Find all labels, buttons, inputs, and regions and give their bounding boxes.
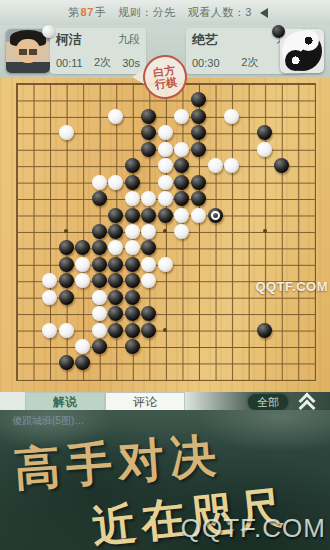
tab-comments[interactable]: 评论 [105,392,185,412]
white-stone-8-7 [141,191,156,206]
viewers-label: 观看人数：3 [188,5,252,20]
black-stone-3-11 [59,257,74,272]
black-stone-7-12 [125,273,140,288]
star-point [163,328,167,332]
board-stone-grid[interactable] [8,75,322,387]
white-stone-3-3 [59,125,74,140]
black-stone-6-15 [108,323,123,338]
star-point [163,229,167,233]
black-stone-15-15 [257,323,272,338]
black-stone-5-9 [92,224,107,239]
white-stone-5-6 [92,175,107,190]
white-stone-9-4 [158,142,173,157]
black-stone-8-3 [141,125,156,140]
white-player-panel: 柯洁 九段 00:11 2次 30s [50,28,146,74]
black-stone-7-14 [125,306,140,321]
black-stone-6-11 [108,257,123,272]
black-stone-7-5 [125,158,140,173]
black-stone-10-7 [174,191,189,206]
black-stone-7-8 [125,208,140,223]
black-stone-8-14 [141,306,156,321]
black-stone-6-9 [108,224,123,239]
black-player-name: 绝艺 [192,31,218,49]
avatar-glasses [19,49,37,55]
white-stone-2-15 [42,323,57,338]
white-stone-8-12 [141,273,156,288]
black-stone-8-8 [141,208,156,223]
white-stone-9-3 [158,125,173,140]
black-stone-3-17 [59,355,74,370]
rules-label: 规则：分先 [118,5,176,20]
move-counter: 第87手 [68,5,106,20]
collapse-up-chevron-icon[interactable] [297,393,319,411]
black-stone-5-11 [92,257,107,272]
star-point [263,229,267,233]
white-stone-7-10 [125,240,140,255]
white-stone-11-8 [191,208,206,223]
top-status-bar: 第87手 规则：分先 观看人数：3 [0,0,330,25]
all-filter-button[interactable]: 全部 [248,394,288,410]
black-stone-3-10 [59,240,74,255]
black-stone-6-14 [108,306,123,321]
white-periods: 2次 [94,55,111,70]
black-stone-7-16 [125,339,140,354]
white-stone-2-13 [42,290,57,305]
black-stone-8-4 [141,142,156,157]
white-stone-7-9 [125,224,140,239]
white-stone-9-5 [158,158,173,173]
black-stone-8-15 [141,323,156,338]
black-stone-6-8 [108,208,123,223]
black-stone-10-6 [174,175,189,190]
black-stone-7-6 [125,175,140,190]
white-stone-6-10 [108,240,123,255]
white-main-time: 00:11 [56,57,83,69]
black-stone-4-17 [75,355,90,370]
black-stone-10-5 [174,158,189,173]
black-stone-5-16 [92,339,107,354]
white-stone-6-2 [108,109,123,124]
white-stone-5-14 [92,306,107,321]
star-point [64,229,68,233]
white-stone-3-15 [59,323,74,338]
tab-commentary[interactable]: 解说 [25,392,105,412]
white-stone-10-2 [174,109,189,124]
white-stone-5-15 [92,323,107,338]
white-stone-13-5 [224,158,239,173]
turn-seal-line2: 行棋 [154,75,177,90]
black-player-avatar[interactable] [280,29,324,73]
white-stone-10-9 [174,224,189,239]
black-main-time: 00:30 [192,57,220,69]
white-stone-9-7 [158,191,173,206]
white-player-rank: 九段 [118,32,140,47]
black-stone-5-7 [92,191,107,206]
white-stone-4-16 [75,339,90,354]
black-stone-3-12 [59,273,74,288]
white-player-name: 柯洁 [56,31,82,49]
black-stone-7-13 [125,290,140,305]
black-stone-16-5 [274,158,289,173]
white-stone-8-11 [141,257,156,272]
banner-watermark: QQTF.COM [181,513,326,544]
white-stone-13-2 [224,109,239,124]
white-period-seconds: 30s [122,57,140,69]
black-stone-9-8 [158,208,173,223]
white-stone-12-5 [208,158,223,173]
white-stone-4-11 [75,257,90,272]
white-stone-15-4 [257,142,272,157]
go-board[interactable]: QQTF.COM [0,78,330,392]
black-periods: 2次 [241,55,258,70]
black-stone-badge-icon [272,25,285,38]
black-stone-5-12 [92,273,107,288]
black-stone-11-6 [191,175,206,190]
white-stone-10-8 [174,208,189,223]
white-stone-9-11 [158,257,173,272]
go-app: 第87手 规则：分先 观看人数：3 柯洁 九段 00:11 2次 30s 白方 [0,0,330,550]
black-stone-7-15 [125,323,140,338]
white-stone-10-4 [174,142,189,157]
comment-peek-text: 傻跟城班(5图)… [12,414,84,428]
white-stone-9-6 [158,175,173,190]
white-stone-6-6 [108,175,123,190]
yin-yang-icon [282,31,322,71]
black-stone-6-13 [108,290,123,305]
white-stone-5-13 [92,290,107,305]
white-stone-2-12 [42,273,57,288]
black-stone-5-10 [92,240,107,255]
black-stone-8-2 [141,109,156,124]
black-stone-11-4 [191,142,206,157]
player-info-bar: 柯洁 九段 00:11 2次 30s 白方 行棋 绝艺 九段 00:30 2次 … [0,25,330,78]
tabs-bar: 解说 评论 全部 [0,392,330,412]
promo-banner[interactable]: 傻跟城班(5图)… 高手对决 近在咫尺 QQTF.COM [0,410,330,550]
black-stone-7-11 [125,257,140,272]
white-stone-badge-icon [42,25,55,38]
black-stone-11-7 [191,191,206,206]
black-stone-6-12 [108,273,123,288]
white-stone-4-12 [75,273,90,288]
white-stone-7-7 [125,191,140,206]
black-stone-4-10 [75,240,90,255]
move-number: 87 [80,6,95,18]
black-stone-12-8 [208,208,223,223]
black-stone-11-2 [191,109,206,124]
black-stone-15-3 [257,125,272,140]
white-stone-8-9 [141,224,156,239]
black-stone-8-10 [141,240,156,255]
collapse-left-triangle-icon[interactable] [260,8,268,18]
black-stone-11-1 [191,92,206,107]
black-stone-3-13 [59,290,74,305]
black-stone-11-3 [191,125,206,140]
board-watermark: QQTF.COM [255,279,328,294]
